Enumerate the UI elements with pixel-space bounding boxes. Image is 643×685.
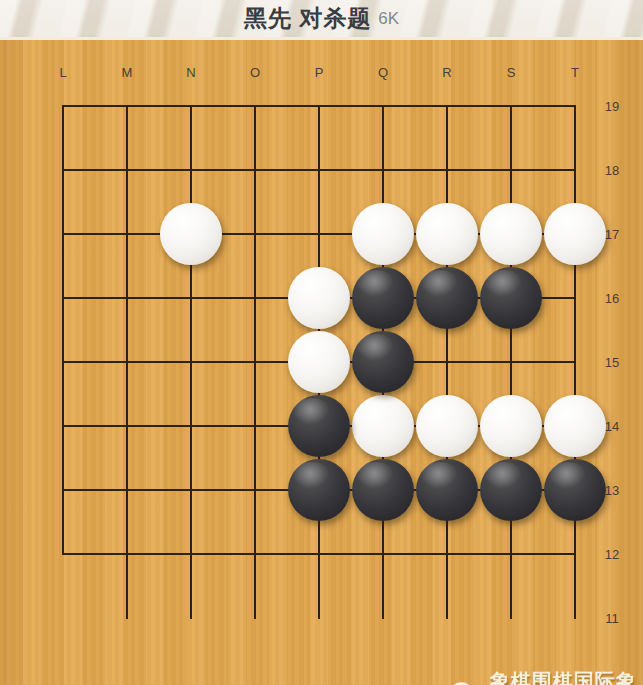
stone-black-T13[interactable] [544,459,606,521]
column-label-O: O [250,66,260,79]
row-label-19: 19 [605,100,619,113]
column-label-T: T [571,66,579,79]
stone-white-P16[interactable] [288,267,350,329]
row-label-17: 17 [605,228,619,241]
stone-black-Q16[interactable] [352,267,414,329]
level-badge: 6K [378,9,399,29]
go-board[interactable]: LMNOPQRST191817161514131211 象棋围棋国际象棋 [0,40,643,685]
stone-white-R17[interactable] [416,203,478,265]
wechat-icon [450,680,484,685]
column-label-M: M [122,66,133,79]
header: 黑先 对杀题 6K [0,0,643,40]
stone-black-P14[interactable] [288,395,350,457]
stone-white-P15[interactable] [288,331,350,393]
row-label-14: 14 [605,420,619,433]
stone-black-S16[interactable] [480,267,542,329]
column-label-P: P [315,66,324,79]
stone-black-Q15[interactable] [352,331,414,393]
watermark: 象棋围棋国际象棋 [450,679,643,685]
stone-black-S13[interactable] [480,459,542,521]
stone-black-R13[interactable] [416,459,478,521]
stone-white-R14[interactable] [416,395,478,457]
grid-line-v-M [126,105,128,619]
grid-line-v-N [190,105,192,619]
row-label-13: 13 [605,484,619,497]
grid-line-v-S [510,105,512,619]
grid-line-v-R [446,105,448,619]
row-label-15: 15 [605,356,619,369]
stone-white-Q17[interactable] [352,203,414,265]
go-problem-app: 黑先 对杀题 6K LMNOPQRST191817161514131211 象棋… [0,0,643,685]
stone-white-Q14[interactable] [352,395,414,457]
column-label-Q: Q [378,66,388,79]
column-label-R: R [442,66,451,79]
column-label-N: N [186,66,195,79]
column-label-S: S [507,66,516,79]
grid-line-v-O [254,105,256,619]
row-label-12: 12 [605,548,619,561]
row-label-18: 18 [605,164,619,177]
row-label-16: 16 [605,292,619,305]
stone-white-S14[interactable] [480,395,542,457]
grid-line-v-T [574,105,576,619]
brand-text: 象棋围棋国际象棋 [490,668,643,685]
stone-white-T17[interactable] [544,203,606,265]
stone-white-T14[interactable] [544,395,606,457]
stone-white-N17[interactable] [160,203,222,265]
column-label-L: L [59,66,66,79]
row-label-11: 11 [605,612,619,625]
stone-white-S17[interactable] [480,203,542,265]
stone-black-R16[interactable] [416,267,478,329]
grid-line-v-L [62,105,64,555]
stone-black-P13[interactable] [288,459,350,521]
page-title: 黑先 对杀题 [244,3,371,34]
stone-black-Q13[interactable] [352,459,414,521]
